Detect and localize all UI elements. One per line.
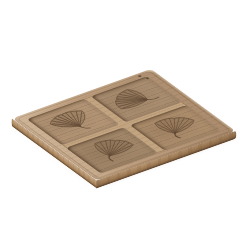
- ginkgo-leaf-icon: [107, 86, 166, 112]
- ginkgo-leaf-icon: [81, 137, 142, 164]
- tray-top-surface: [12, 69, 236, 181]
- product-photo: [0, 0, 250, 250]
- ginkgo-leaf-icon: [148, 113, 201, 142]
- dowel-hole: [138, 75, 142, 77]
- ginkgo-leaf-icon: [36, 104, 109, 140]
